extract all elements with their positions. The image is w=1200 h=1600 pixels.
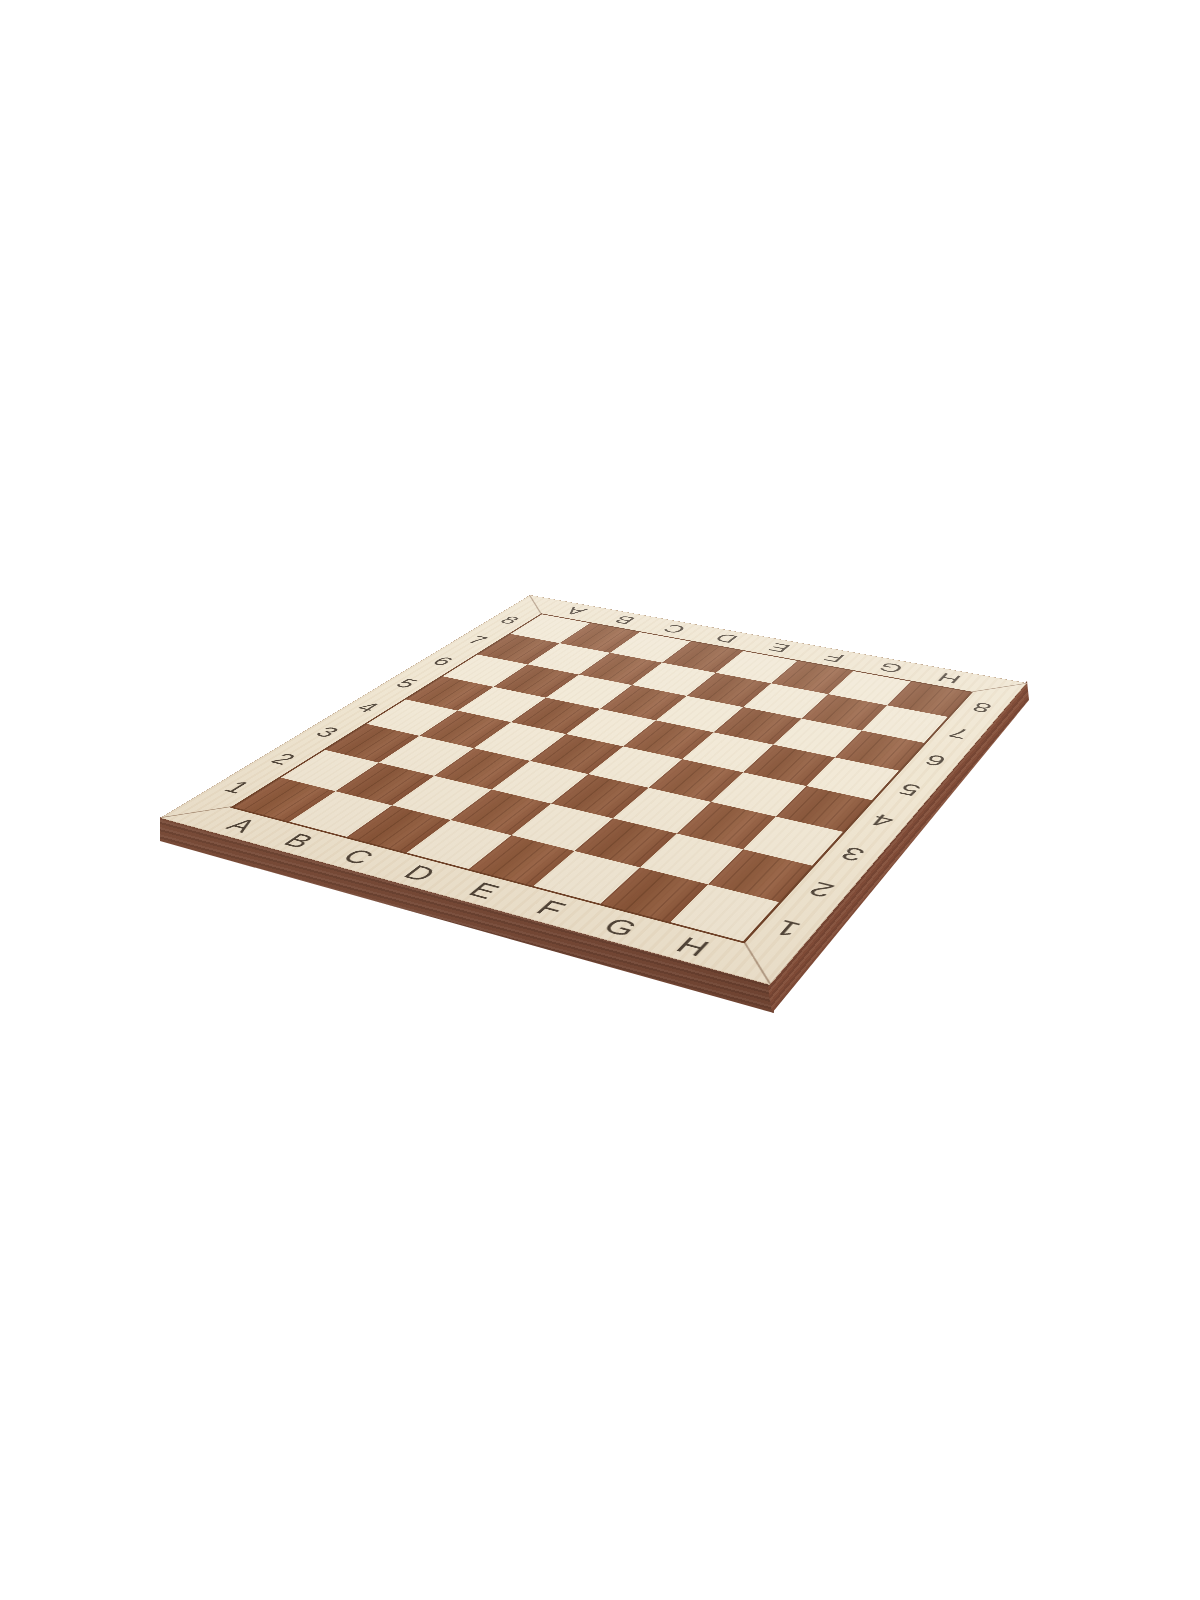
product-photo: ABCDEFGH ABCDEFGH 87654321 87654321 bbox=[0, 0, 1200, 1600]
chessboard: ABCDEFGH ABCDEFGH 87654321 87654321 bbox=[160, 595, 1027, 985]
